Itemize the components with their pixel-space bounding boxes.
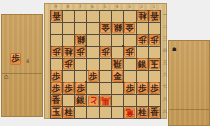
- board-cell[interactable]: [63, 35, 74, 46]
- board-cell[interactable]: [137, 71, 148, 82]
- shogi-piece-sente[interactable]: 歩: [63, 82, 74, 93]
- shogi-piece-gote[interactable]: 歩: [75, 46, 86, 57]
- shogi-piece-sente[interactable]: 玉: [51, 107, 62, 118]
- shogi-piece-gote[interactable]: 歩: [149, 34, 160, 45]
- right-piece-stand[interactable]: ☗: [168, 40, 210, 126]
- board-cell[interactable]: [63, 95, 74, 106]
- board-cell[interactable]: [149, 71, 160, 82]
- board-cell[interactable]: [100, 35, 111, 46]
- shogi-piece-sente[interactable]: 歩: [137, 82, 148, 93]
- shogi-piece-sente[interactable]: 歩: [124, 82, 135, 93]
- gote-indicator-icon: ☖: [4, 75, 8, 80]
- file-label: 8: [62, 5, 74, 10]
- shogi-piece-gote[interactable]: 飛: [112, 58, 123, 69]
- file-label: 3: [123, 5, 135, 10]
- shogi-piece-gote[interactable]: 香: [51, 10, 62, 21]
- shogi-piece-gote[interactable]: 歩: [124, 46, 135, 57]
- board-cell[interactable]: [51, 23, 62, 34]
- file-label: 9: [50, 5, 62, 10]
- shogi-piece-gote[interactable]: 銀: [112, 22, 123, 33]
- shogi-piece-sente[interactable]: 桂: [137, 107, 148, 118]
- rank-label: 三: [162, 37, 168, 42]
- board-cell[interactable]: [124, 59, 135, 70]
- shogi-piece-sente[interactable]: 歩: [51, 70, 62, 81]
- stand-seam: [169, 109, 209, 110]
- file-label: 2: [136, 5, 148, 10]
- board-cell[interactable]: [112, 107, 123, 118]
- rank-label: 五: [162, 61, 168, 66]
- rank-label: 九: [162, 110, 168, 115]
- shogi-piece-promoted-gote[interactable]: 馬: [100, 95, 111, 106]
- rank-label: 一: [162, 13, 168, 18]
- board-cell[interactable]: [100, 107, 111, 118]
- shogi-piece-sente[interactable]: 歩: [149, 82, 160, 93]
- shogi-piece-gote[interactable]: 歩: [51, 46, 62, 57]
- board-cell[interactable]: [149, 47, 160, 58]
- shogi-piece-sente[interactable]: 金: [112, 70, 123, 81]
- board-cell[interactable]: [51, 35, 62, 46]
- rank-label: 二: [162, 25, 168, 30]
- board-cell[interactable]: [100, 11, 111, 22]
- board-cell[interactable]: [87, 23, 98, 34]
- shogi-piece-sente[interactable]: 銀: [75, 95, 86, 106]
- file-label: 7: [74, 5, 86, 10]
- board-cell[interactable]: [75, 107, 86, 118]
- shogi-piece-sente[interactable]: 歩: [75, 82, 86, 93]
- board-cell[interactable]: [137, 95, 148, 106]
- shogi-app: 歩 4 ☖ ☗ 987654321 一二三四五六七八九 香桂香金銀金銀歩歩歩桂歩…: [0, 0, 210, 126]
- file-label: 4: [111, 5, 123, 10]
- file-label: 5: [99, 5, 111, 10]
- shogi-board: 987654321 一二三四五六七八九 香桂香金銀金銀歩歩歩桂歩歩歩歩飛銀玉歩歩…: [44, 3, 167, 119]
- board-cell[interactable]: [137, 23, 148, 34]
- shogi-piece-sente[interactable]: 歩: [88, 70, 99, 81]
- shogi-piece-gote[interactable]: 玉: [149, 58, 160, 69]
- shogi-piece-gote[interactable]: 歩: [100, 46, 111, 57]
- sente-indicator-icon: ☗: [172, 47, 176, 52]
- board-cell[interactable]: [87, 107, 98, 118]
- shogi-piece-sente[interactable]: 桂: [63, 107, 74, 118]
- board-cell[interactable]: [100, 83, 111, 94]
- board-cell[interactable]: [63, 23, 74, 34]
- shogi-piece-promoted-gote[interactable]: と: [88, 95, 99, 106]
- shogi-piece-sente[interactable]: 銀: [137, 58, 148, 69]
- board-cell[interactable]: [124, 95, 135, 106]
- board-cell[interactable]: [112, 35, 123, 46]
- rank-label: 四: [162, 49, 168, 54]
- rank-label: 六: [162, 73, 168, 78]
- shogi-piece-sente[interactable]: 歩: [51, 82, 62, 93]
- shogi-piece-gote[interactable]: 金: [124, 22, 135, 33]
- shogi-piece-gote[interactable]: 歩: [63, 58, 74, 69]
- board-cell[interactable]: [63, 11, 74, 22]
- shogi-piece-gote[interactable]: 香: [149, 10, 160, 21]
- board-cell[interactable]: [124, 35, 135, 46]
- shogi-piece-sente[interactable]: 香: [51, 95, 62, 106]
- board-cell[interactable]: [112, 83, 123, 94]
- board-cell[interactable]: [75, 71, 86, 82]
- rank-label: 七: [162, 85, 168, 90]
- stand-seam: [2, 73, 42, 74]
- shogi-piece-gote[interactable]: 銀: [75, 34, 86, 45]
- board-cell[interactable]: [87, 83, 98, 94]
- file-label: 1: [148, 5, 160, 10]
- captured-piece[interactable]: 歩: [10, 53, 21, 65]
- board-cell[interactable]: [75, 59, 86, 70]
- board-cell[interactable]: [112, 95, 123, 106]
- board-cell[interactable]: [87, 47, 98, 58]
- board-cell[interactable]: [137, 47, 148, 58]
- board-cell[interactable]: [124, 71, 135, 82]
- shogi-piece-sente[interactable]: 香: [149, 107, 160, 118]
- board-cell[interactable]: [149, 23, 160, 34]
- shogi-piece-promoted-gote[interactable]: 竜: [124, 107, 135, 118]
- shogi-piece-gote[interactable]: 金: [100, 22, 111, 33]
- captured-piece-count: 4: [26, 58, 29, 64]
- board-cell[interactable]: [112, 11, 123, 22]
- board-cell[interactable]: [51, 59, 62, 70]
- board-cell[interactable]: [75, 11, 86, 22]
- board-cell[interactable]: [124, 11, 135, 22]
- board-cell[interactable]: [75, 23, 86, 34]
- board-cell[interactable]: [87, 35, 98, 46]
- rank-label: 八: [162, 98, 168, 103]
- board-cell[interactable]: [100, 59, 111, 70]
- board-cell[interactable]: [87, 11, 98, 22]
- left-piece-stand[interactable]: 歩 4 ☖: [1, 14, 43, 117]
- board-cell[interactable]: [149, 95, 160, 106]
- board-cell[interactable]: [63, 71, 74, 82]
- board-cell[interactable]: [100, 71, 111, 82]
- board-cell[interactable]: [87, 59, 98, 70]
- shogi-piece-gote[interactable]: 桂: [137, 10, 148, 21]
- file-label: 6: [86, 5, 98, 10]
- shogi-piece-gote[interactable]: 歩: [137, 34, 148, 45]
- board-cell[interactable]: [112, 47, 123, 58]
- shogi-piece-gote[interactable]: 桂: [63, 46, 74, 57]
